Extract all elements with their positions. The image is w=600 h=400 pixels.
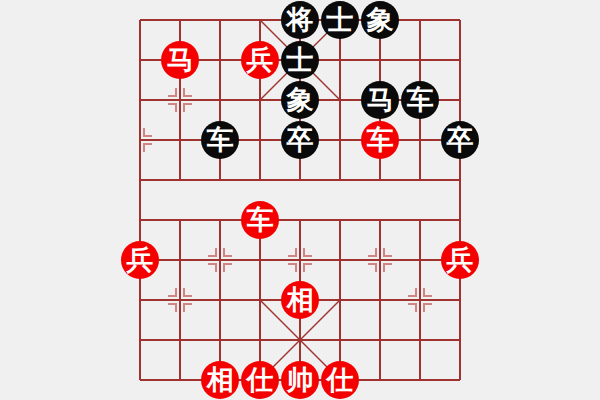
red-chariot[interactable]: 车 (361, 121, 399, 159)
black-elephant[interactable]: 象 (281, 81, 319, 119)
black-horse[interactable]: 马 (361, 81, 399, 119)
black-chariot[interactable]: 车 (401, 81, 439, 119)
black-chariot[interactable]: 车 (201, 121, 239, 159)
black-general[interactable]: 将 (281, 1, 319, 39)
red-elephant[interactable]: 相 (281, 281, 319, 319)
red-pawn[interactable]: 兵 (121, 241, 159, 279)
red-pawn[interactable]: 兵 (241, 41, 279, 79)
black-pawn[interactable]: 卒 (281, 121, 319, 159)
black-advisor[interactable]: 士 (321, 1, 359, 39)
red-general[interactable]: 帅 (281, 361, 319, 399)
red-elephant[interactable]: 相 (201, 361, 239, 399)
black-pawn[interactable]: 卒 (441, 121, 479, 159)
red-advisor[interactable]: 仕 (241, 361, 279, 399)
black-elephant[interactable]: 象 (361, 1, 399, 39)
pieces-layer: 将士象马兵士象马车车卒车卒车兵兵相相仕帅仕 (0, 0, 600, 400)
red-chariot[interactable]: 车 (241, 201, 279, 239)
xiangqi-board: 将士象马兵士象马车车卒车卒车兵兵相相仕帅仕 (0, 0, 600, 400)
black-advisor[interactable]: 士 (281, 41, 319, 79)
red-pawn[interactable]: 兵 (441, 241, 479, 279)
red-horse[interactable]: 马 (161, 41, 199, 79)
red-advisor[interactable]: 仕 (321, 361, 359, 399)
